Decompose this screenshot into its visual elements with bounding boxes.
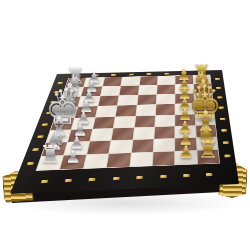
piece-silver-pawn: ♟: [65, 149, 81, 167]
piece-gold-pawn: ♟: [178, 144, 194, 161]
chess-set-photo: ♜♟♟♜♞♟♟♞♝♟♟♝♛♟♟♛♚♟♟♚♝♟♟♝♞♟♟♞♜♟♟♜: [0, 0, 250, 250]
piece-silver-rook: ♜: [39, 143, 61, 168]
pieces-layer: ♜♟♟♜♞♟♟♞♝♟♟♝♛♟♟♛♚♟♟♚♝♟♟♝♞♟♟♞♜♟♟♜: [0, 0, 250, 250]
piece-gold-rook: ♜: [197, 138, 219, 162]
